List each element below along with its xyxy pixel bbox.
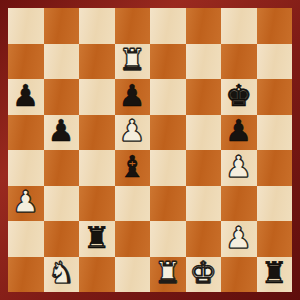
square-b2[interactable] [44,221,80,257]
piece-black-pawn-d6: ♟ [119,81,146,111]
square-b4[interactable] [44,150,80,186]
square-b5[interactable]: ♟ [44,115,80,151]
square-b6[interactable] [44,79,80,115]
square-g8[interactable] [221,8,257,44]
square-f3[interactable] [186,186,222,222]
square-a8[interactable] [8,8,44,44]
square-d6[interactable]: ♟ [115,79,151,115]
piece-white-pawn-a3: ♟ [12,187,39,217]
piece-black-rook-h1: ♜ [261,258,288,288]
square-h2[interactable] [257,221,293,257]
square-a7[interactable] [8,44,44,80]
piece-black-rook-c2: ♜ [83,223,110,253]
square-e2[interactable] [150,221,186,257]
square-g7[interactable] [221,44,257,80]
piece-black-pawn-a6: ♟ [12,81,39,111]
square-h4[interactable] [257,150,293,186]
chess-board: ♜♟♟♚♟♟♟♝♟♟♜♟♞♜♚♜ [8,8,292,292]
square-b8[interactable] [44,8,80,44]
square-g1[interactable] [221,257,257,293]
piece-black-pawn-b5: ♟ [48,116,75,146]
square-e4[interactable] [150,150,186,186]
square-a5[interactable] [8,115,44,151]
square-d1[interactable] [115,257,151,293]
square-b1[interactable]: ♞ [44,257,80,293]
square-f8[interactable] [186,8,222,44]
piece-black-bishop-d4: ♝ [119,152,146,182]
square-d8[interactable] [115,8,151,44]
square-c4[interactable] [79,150,115,186]
square-c6[interactable] [79,79,115,115]
square-f4[interactable] [186,150,222,186]
square-g4[interactable]: ♟ [221,150,257,186]
square-g5[interactable]: ♟ [221,115,257,151]
square-a6[interactable]: ♟ [8,79,44,115]
square-h7[interactable] [257,44,293,80]
square-e1[interactable]: ♜ [150,257,186,293]
square-a3[interactable]: ♟ [8,186,44,222]
square-g2[interactable]: ♟ [221,221,257,257]
square-h3[interactable] [257,186,293,222]
square-g6[interactable]: ♚ [221,79,257,115]
square-f7[interactable] [186,44,222,80]
square-e6[interactable] [150,79,186,115]
square-c2[interactable]: ♜ [79,221,115,257]
square-d2[interactable] [115,221,151,257]
square-e7[interactable] [150,44,186,80]
piece-white-king-f1: ♚ [190,258,217,288]
square-a1[interactable] [8,257,44,293]
square-d5[interactable]: ♟ [115,115,151,151]
square-f5[interactable] [186,115,222,151]
piece-black-pawn-g5: ♟ [225,116,252,146]
square-h8[interactable] [257,8,293,44]
square-f6[interactable] [186,79,222,115]
square-f2[interactable] [186,221,222,257]
piece-black-king-g6: ♚ [225,81,252,111]
square-c7[interactable] [79,44,115,80]
piece-white-pawn-g2: ♟ [225,223,252,253]
piece-white-rook-e1: ♜ [154,258,181,288]
chess-board-frame: ♜♟♟♚♟♟♟♝♟♟♜♟♞♜♚♜ [0,0,300,300]
square-e5[interactable] [150,115,186,151]
square-f1[interactable]: ♚ [186,257,222,293]
square-a2[interactable] [8,221,44,257]
square-a4[interactable] [8,150,44,186]
square-h1[interactable]: ♜ [257,257,293,293]
square-e3[interactable] [150,186,186,222]
square-e8[interactable] [150,8,186,44]
square-c3[interactable] [79,186,115,222]
square-d4[interactable]: ♝ [115,150,151,186]
square-b7[interactable] [44,44,80,80]
piece-white-rook-d7: ♜ [119,45,146,75]
piece-white-pawn-d5: ♟ [119,116,146,146]
square-b3[interactable] [44,186,80,222]
square-g3[interactable] [221,186,257,222]
square-h5[interactable] [257,115,293,151]
square-d3[interactable] [115,186,151,222]
square-h6[interactable] [257,79,293,115]
piece-white-knight-b1: ♞ [48,258,75,288]
piece-white-pawn-g4: ♟ [225,152,252,182]
square-d7[interactable]: ♜ [115,44,151,80]
square-c1[interactable] [79,257,115,293]
square-c8[interactable] [79,8,115,44]
square-c5[interactable] [79,115,115,151]
